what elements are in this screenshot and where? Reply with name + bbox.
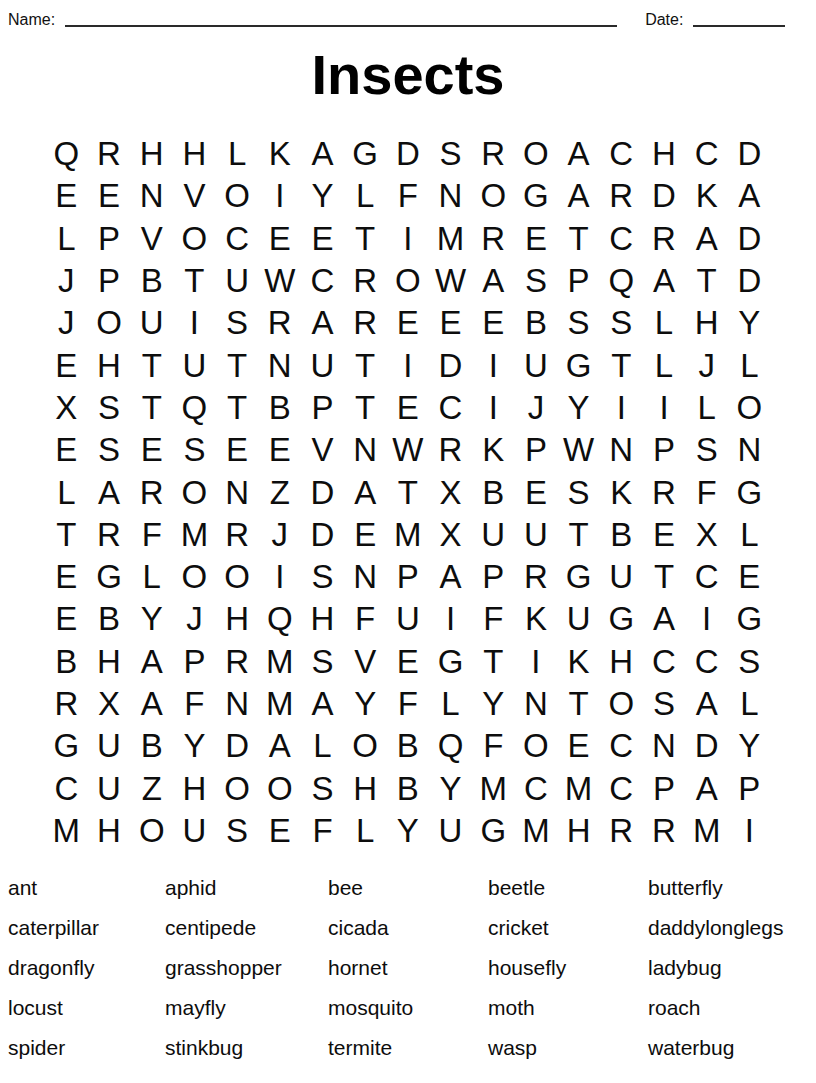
grid-cell[interactable]: L — [643, 302, 686, 344]
grid-cell[interactable]: P — [88, 218, 131, 260]
grid-cell[interactable]: V — [301, 429, 344, 471]
grid-cell[interactable]: J — [45, 302, 88, 344]
grid-cell[interactable]: M — [685, 810, 728, 852]
grid-cell[interactable]: G — [728, 598, 771, 640]
grid-cell[interactable]: G — [344, 133, 387, 175]
grid-cell[interactable]: N — [258, 344, 301, 386]
grid-cell[interactable]: S — [216, 810, 259, 852]
grid-cell[interactable]: E — [387, 387, 430, 429]
grid-cell[interactable]: S — [429, 133, 472, 175]
grid-cell[interactable]: D — [728, 260, 771, 302]
grid-cell[interactable]: A — [472, 260, 515, 302]
grid-cell[interactable]: E — [45, 556, 88, 598]
date-blank-line — [693, 13, 785, 27]
grid-cell[interactable]: U — [515, 344, 558, 386]
grid-cell[interactable]: O — [173, 471, 216, 513]
grid-cell[interactable]: A — [301, 133, 344, 175]
grid-cell[interactable]: R — [472, 133, 515, 175]
grid-cell[interactable]: I — [515, 641, 558, 683]
grid-cell[interactable]: S — [216, 302, 259, 344]
grid-cell[interactable]: L — [216, 133, 259, 175]
grid-cell[interactable]: A — [557, 133, 600, 175]
grid-cell[interactable]: E — [301, 218, 344, 260]
grid-cell[interactable]: G — [429, 641, 472, 683]
grid-cell[interactable]: E — [344, 514, 387, 556]
word-list-item: mayfly — [165, 988, 328, 1028]
grid-cell[interactable]: K — [472, 429, 515, 471]
grid-cell[interactable]: T — [387, 471, 430, 513]
grid-cell[interactable]: T — [344, 344, 387, 386]
grid-cell[interactable]: M — [429, 218, 472, 260]
word-list-item: ant — [8, 868, 165, 908]
grid-cell[interactable]: Y — [344, 683, 387, 725]
grid-cell[interactable]: K — [685, 175, 728, 217]
grid-cell[interactable]: C — [515, 767, 558, 809]
grid-cell[interactable]: Y — [130, 598, 173, 640]
grid-cell[interactable]: H — [88, 344, 131, 386]
grid-cell[interactable]: I — [728, 810, 771, 852]
grid-cell[interactable]: E — [557, 725, 600, 767]
grid-cell[interactable]: C — [600, 767, 643, 809]
grid-cell[interactable]: O — [600, 683, 643, 725]
grid-cell[interactable]: H — [557, 810, 600, 852]
grid-cell[interactable]: A — [685, 683, 728, 725]
word-list-item: cricket — [488, 908, 648, 948]
worksheet-page: Name: Date: Insects QRHHLKAGDSROACHCDEEN… — [0, 0, 816, 1083]
grid-cell[interactable]: E — [387, 302, 430, 344]
grid-cell[interactable]: M — [472, 767, 515, 809]
grid-cell[interactable]: U — [557, 598, 600, 640]
grid-cell[interactable]: A — [557, 175, 600, 217]
grid-cell[interactable]: E — [258, 810, 301, 852]
grid-cell[interactable]: C — [216, 218, 259, 260]
grid-cell[interactable]: F — [173, 683, 216, 725]
word-list-item: dragonfly — [8, 948, 165, 988]
grid-cell[interactable]: F — [130, 514, 173, 556]
grid-cell[interactable]: S — [515, 260, 558, 302]
grid-cell[interactable]: X — [685, 514, 728, 556]
grid-cell[interactable]: E — [216, 429, 259, 471]
grid-cell[interactable]: J — [173, 598, 216, 640]
grid-cell[interactable]: S — [301, 767, 344, 809]
grid-cell[interactable]: G — [557, 344, 600, 386]
grid-cell[interactable]: V — [173, 175, 216, 217]
grid-cell[interactable]: Y — [429, 767, 472, 809]
grid-cell[interactable]: Y — [472, 683, 515, 725]
grid-cell[interactable]: R — [643, 810, 686, 852]
grid-cell[interactable]: E — [45, 175, 88, 217]
grid-cell[interactable]: Q — [173, 387, 216, 429]
grid-cell[interactable]: B — [130, 725, 173, 767]
grid-cell[interactable]: E — [387, 641, 430, 683]
grid-cell[interactable]: M — [45, 810, 88, 852]
grid-cell[interactable]: T — [45, 514, 88, 556]
grid-cell[interactable]: L — [130, 556, 173, 598]
grid-cell[interactable]: P — [472, 556, 515, 598]
grid-cell[interactable]: O — [472, 175, 515, 217]
grid-cell[interactable]: R — [600, 175, 643, 217]
grid-cell[interactable]: C — [45, 767, 88, 809]
grid-cell[interactable]: N — [216, 683, 259, 725]
grid-cell[interactable]: T — [685, 260, 728, 302]
grid-cell[interactable]: L — [728, 344, 771, 386]
grid-cell[interactable]: K — [600, 471, 643, 513]
grid-cell[interactable]: C — [301, 260, 344, 302]
grid-cell[interactable]: A — [130, 683, 173, 725]
grid-cell[interactable]: B — [472, 471, 515, 513]
grid-cell[interactable]: J — [258, 514, 301, 556]
grid-cell[interactable]: P — [301, 387, 344, 429]
grid-cell[interactable]: I — [387, 344, 430, 386]
grid-cell[interactable]: W — [557, 429, 600, 471]
grid-cell[interactable]: E — [258, 218, 301, 260]
grid-cell[interactable]: I — [173, 302, 216, 344]
grid-cell[interactable]: C — [600, 133, 643, 175]
grid-cell[interactable]: O — [258, 767, 301, 809]
grid-cell[interactable]: T — [130, 344, 173, 386]
grid-cell[interactable]: P — [515, 429, 558, 471]
grid-cell[interactable]: G — [557, 556, 600, 598]
grid-cell[interactable]: F — [685, 471, 728, 513]
grid-cell[interactable]: U — [301, 344, 344, 386]
grid-cell[interactable]: J — [685, 344, 728, 386]
grid-cell[interactable]: R — [216, 514, 259, 556]
grid-cell[interactable]: G — [472, 810, 515, 852]
grid-cell[interactable]: O — [173, 218, 216, 260]
grid-cell[interactable]: A — [88, 471, 131, 513]
grid-cell[interactable]: V — [344, 641, 387, 683]
grid-cell[interactable]: R — [258, 302, 301, 344]
grid-cell[interactable]: T — [557, 683, 600, 725]
grid-cell[interactable]: A — [643, 598, 686, 640]
grid-cell[interactable]: D — [728, 133, 771, 175]
grid-cell[interactable]: H — [600, 641, 643, 683]
grid-cell[interactable]: X — [45, 387, 88, 429]
grid-cell[interactable]: M — [258, 683, 301, 725]
grid-cell[interactable]: E — [472, 302, 515, 344]
grid-cell[interactable]: O — [728, 387, 771, 429]
grid-cell[interactable]: R — [429, 429, 472, 471]
grid-cell[interactable]: N — [429, 175, 472, 217]
grid-cell[interactable]: C — [685, 556, 728, 598]
grid-cell[interactable]: M — [387, 514, 430, 556]
grid-cell[interactable]: U — [216, 260, 259, 302]
grid-cell[interactable]: B — [387, 725, 430, 767]
grid-cell[interactable]: G — [88, 556, 131, 598]
grid-cell[interactable]: Y — [728, 302, 771, 344]
grid-cell[interactable]: S — [88, 429, 131, 471]
grid-cell[interactable]: N — [344, 556, 387, 598]
grid-cell[interactable]: Y — [173, 725, 216, 767]
grid-cell[interactable]: T — [173, 260, 216, 302]
grid-cell[interactable]: B — [515, 302, 558, 344]
grid-cell[interactable]: R — [344, 260, 387, 302]
grid-cell[interactable]: E — [130, 429, 173, 471]
grid-cell[interactable]: M — [173, 514, 216, 556]
grid-cell[interactable]: I — [685, 598, 728, 640]
grid-cell[interactable]: S — [643, 683, 686, 725]
grid-cell[interactable]: R — [88, 133, 131, 175]
grid-cell[interactable]: H — [685, 302, 728, 344]
grid-cell[interactable]: F — [344, 598, 387, 640]
grid-cell[interactable]: S — [173, 429, 216, 471]
grid-cell[interactable]: K — [258, 133, 301, 175]
grid-cell[interactable]: E — [515, 218, 558, 260]
grid-cell[interactable]: R — [45, 683, 88, 725]
grid-cell[interactable]: Q — [429, 725, 472, 767]
grid-cell[interactable]: O — [387, 260, 430, 302]
grid-cell[interactable]: B — [130, 260, 173, 302]
grid-cell[interactable]: E — [728, 556, 771, 598]
grid-cell[interactable]: H — [301, 598, 344, 640]
grid-cell[interactable]: D — [643, 175, 686, 217]
grid-cell[interactable]: A — [643, 260, 686, 302]
grid-cell[interactable]: L — [344, 810, 387, 852]
grid-cell[interactable]: N — [643, 725, 686, 767]
grid-cell[interactable]: W — [387, 429, 430, 471]
grid-cell[interactable]: S — [301, 556, 344, 598]
grid-cell[interactable]: H — [173, 133, 216, 175]
grid-cell[interactable]: R — [88, 514, 131, 556]
grid-cell[interactable]: R — [216, 641, 259, 683]
grid-cell[interactable]: G — [728, 471, 771, 513]
grid-cell[interactable]: U — [173, 810, 216, 852]
grid-cell[interactable]: E — [45, 344, 88, 386]
grid-cell[interactable]: C — [685, 133, 728, 175]
grid-cell[interactable]: I — [258, 556, 301, 598]
grid-cell[interactable]: D — [216, 725, 259, 767]
grid-cell[interactable]: N — [515, 683, 558, 725]
grid-cell[interactable]: T — [600, 344, 643, 386]
grid-cell[interactable]: C — [685, 641, 728, 683]
grid-cell[interactable]: B — [387, 767, 430, 809]
grid-cell[interactable]: C — [600, 725, 643, 767]
grid-cell[interactable]: Z — [130, 767, 173, 809]
grid-cell[interactable]: G — [515, 175, 558, 217]
grid-cell[interactable]: O — [515, 725, 558, 767]
grid-cell[interactable]: L — [344, 175, 387, 217]
grid-cell[interactable]: P — [643, 429, 686, 471]
grid-cell[interactable]: A — [728, 175, 771, 217]
grid-cell[interactable]: O — [173, 556, 216, 598]
grid-cell[interactable]: D — [301, 514, 344, 556]
grid-cell[interactable]: S — [557, 471, 600, 513]
grid-cell[interactable]: Y — [301, 175, 344, 217]
grid-cell[interactable]: D — [387, 133, 430, 175]
grid-cell[interactable]: H — [173, 767, 216, 809]
grid-cell[interactable]: U — [173, 344, 216, 386]
grid-cell[interactable]: D — [728, 218, 771, 260]
grid-cell[interactable]: N — [130, 175, 173, 217]
grid-cell[interactable]: U — [429, 810, 472, 852]
grid-cell[interactable]: F — [301, 810, 344, 852]
grid-cell[interactable]: T — [557, 218, 600, 260]
grid-cell[interactable]: M — [515, 810, 558, 852]
grid-cell[interactable]: P — [728, 767, 771, 809]
grid-cell[interactable]: T — [472, 641, 515, 683]
grid-cell[interactable]: R — [344, 302, 387, 344]
grid-cell[interactable]: W — [258, 260, 301, 302]
grid-cell[interactable]: P — [88, 260, 131, 302]
grid-cell[interactable]: I — [643, 387, 686, 429]
grid-cell[interactable]: E — [258, 429, 301, 471]
grid-cell[interactable]: A — [130, 641, 173, 683]
grid-cell[interactable]: A — [301, 302, 344, 344]
grid-cell[interactable]: O — [88, 302, 131, 344]
grid-cell[interactable]: R — [130, 471, 173, 513]
grid-cell[interactable]: O — [216, 175, 259, 217]
grid-cell[interactable]: S — [88, 387, 131, 429]
grid-cell[interactable]: P — [643, 767, 686, 809]
grid-cell[interactable]: R — [643, 218, 686, 260]
grid-cell[interactable]: J — [45, 260, 88, 302]
grid-cell[interactable]: G — [600, 598, 643, 640]
grid-cell[interactable]: S — [600, 302, 643, 344]
grid-cell[interactable]: Q — [45, 133, 88, 175]
grid-cell[interactable]: A — [685, 218, 728, 260]
grid-cell[interactable]: H — [130, 133, 173, 175]
grid-cell[interactable]: V — [130, 218, 173, 260]
grid-cell[interactable]: M — [258, 641, 301, 683]
grid-cell[interactable]: O — [130, 810, 173, 852]
grid-cell[interactable]: A — [344, 471, 387, 513]
grid-cell[interactable]: L — [45, 471, 88, 513]
grid-cell[interactable]: U — [88, 725, 131, 767]
grid-cell[interactable]: U — [472, 514, 515, 556]
grid-cell[interactable]: E — [45, 429, 88, 471]
grid-cell[interactable]: L — [685, 387, 728, 429]
grid-cell[interactable]: S — [557, 302, 600, 344]
grid-cell[interactable]: P — [557, 260, 600, 302]
grid-cell[interactable]: F — [387, 683, 430, 725]
grid-cell[interactable]: C — [643, 641, 686, 683]
grid-cell[interactable]: J — [515, 387, 558, 429]
grid-cell[interactable]: O — [216, 556, 259, 598]
grid-cell[interactable]: H — [643, 133, 686, 175]
grid-cell[interactable]: L — [301, 725, 344, 767]
grid-cell[interactable]: I — [472, 387, 515, 429]
grid-cell[interactable]: B — [600, 514, 643, 556]
grid-cell[interactable]: D — [429, 344, 472, 386]
grid-cell[interactable]: S — [301, 641, 344, 683]
grid-cell[interactable]: U — [387, 598, 430, 640]
grid-cell[interactable]: P — [173, 641, 216, 683]
grid-cell[interactable]: F — [472, 725, 515, 767]
grid-cell[interactable]: P — [387, 556, 430, 598]
grid-cell[interactable]: I — [472, 344, 515, 386]
grid-cell[interactable]: N — [216, 471, 259, 513]
grid-cell[interactable]: C — [600, 218, 643, 260]
grid-cell[interactable]: F — [472, 598, 515, 640]
grid-cell[interactable]: E — [429, 302, 472, 344]
grid-cell[interactable]: Q — [258, 598, 301, 640]
grid-cell[interactable]: U — [600, 556, 643, 598]
grid-cell[interactable]: Y — [728, 725, 771, 767]
grid-cell[interactable]: L — [728, 514, 771, 556]
grid-cell[interactable]: R — [600, 810, 643, 852]
grid-cell[interactable]: D — [301, 471, 344, 513]
grid-cell[interactable]: B — [258, 387, 301, 429]
word-list-item: hornet — [328, 948, 488, 988]
grid-cell[interactable]: Y — [557, 387, 600, 429]
grid-cell[interactable]: F — [387, 175, 430, 217]
word-list-item: locust — [8, 988, 165, 1028]
grid-cell[interactable]: T — [216, 387, 259, 429]
word-list-item: moth — [488, 988, 648, 1028]
grid-cell[interactable]: B — [88, 598, 131, 640]
grid-cell[interactable]: T — [216, 344, 259, 386]
grid-cell[interactable]: T — [643, 556, 686, 598]
grid-cell[interactable]: H — [216, 598, 259, 640]
grid-cell[interactable]: R — [643, 471, 686, 513]
grid-cell[interactable]: E — [515, 471, 558, 513]
grid-cell[interactable]: A — [429, 556, 472, 598]
grid-cell[interactable]: L — [643, 344, 686, 386]
grid-cell[interactable]: H — [88, 641, 131, 683]
grid-cell[interactable]: M — [557, 767, 600, 809]
header: Name: Date: — [0, 0, 816, 28]
grid-cell[interactable]: X — [429, 471, 472, 513]
grid-cell[interactable]: T — [344, 387, 387, 429]
grid-cell[interactable]: I — [387, 218, 430, 260]
grid-cell[interactable]: T — [344, 218, 387, 260]
grid-cell[interactable]: Y — [387, 810, 430, 852]
grid-cell[interactable]: X — [429, 514, 472, 556]
grid-cell[interactable]: A — [685, 767, 728, 809]
grid-cell[interactable]: A — [258, 725, 301, 767]
grid-cell[interactable]: N — [728, 429, 771, 471]
grid-cell[interactable]: L — [429, 683, 472, 725]
grid-cell[interactable]: E — [643, 514, 686, 556]
grid-cell[interactable]: O — [344, 725, 387, 767]
grid-cell[interactable]: R — [472, 218, 515, 260]
grid-cell[interactable]: A — [301, 683, 344, 725]
grid-cell[interactable]: H — [88, 810, 131, 852]
grid-cell[interactable]: U — [515, 514, 558, 556]
grid-cell[interactable]: L — [45, 218, 88, 260]
grid-cell[interactable]: I — [600, 387, 643, 429]
grid-cell[interactable]: S — [685, 429, 728, 471]
grid-cell[interactable]: I — [429, 598, 472, 640]
word-list: antaphidbeebeetlebutterflycaterpillarcen… — [0, 868, 816, 1068]
grid-cell[interactable]: I — [258, 175, 301, 217]
grid-cell[interactable]: W — [429, 260, 472, 302]
grid-cell[interactable]: T — [557, 514, 600, 556]
grid-cell[interactable]: G — [45, 725, 88, 767]
grid-cell[interactable]: U — [130, 302, 173, 344]
grid-cell[interactable]: E — [45, 598, 88, 640]
grid-cell[interactable]: K — [515, 598, 558, 640]
grid-cell[interactable]: Q — [600, 260, 643, 302]
grid-cell[interactable]: C — [429, 387, 472, 429]
grid-cell[interactable]: O — [515, 133, 558, 175]
grid-cell[interactable]: X — [88, 683, 131, 725]
grid-cell[interactable]: O — [216, 767, 259, 809]
grid-cell[interactable]: R — [515, 556, 558, 598]
grid-cell[interactable]: K — [557, 641, 600, 683]
grid-cell[interactable]: U — [88, 767, 131, 809]
grid-cell[interactable]: B — [45, 641, 88, 683]
grid-cell[interactable]: E — [88, 175, 131, 217]
grid-cell[interactable]: S — [728, 641, 771, 683]
grid-cell[interactable]: H — [344, 767, 387, 809]
grid-cell[interactable]: T — [130, 387, 173, 429]
grid-cell[interactable]: Z — [258, 471, 301, 513]
grid-cell[interactable]: N — [600, 429, 643, 471]
grid-cell[interactable]: D — [685, 725, 728, 767]
grid-cell[interactable]: L — [728, 683, 771, 725]
grid-cell[interactable]: N — [344, 429, 387, 471]
